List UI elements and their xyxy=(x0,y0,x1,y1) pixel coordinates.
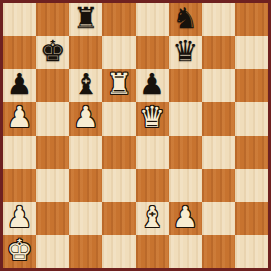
square-g2[interactable] xyxy=(202,202,235,235)
square-d1[interactable] xyxy=(102,235,135,268)
square-h6[interactable] xyxy=(235,69,268,102)
square-g8[interactable] xyxy=(202,3,235,36)
square-d4[interactable] xyxy=(102,136,135,169)
square-c6[interactable]: ♝︎ xyxy=(69,69,102,102)
chessboard-container: ♜︎♞︎♚︎♛︎♟︎♝︎♜︎♟︎♟︎♟︎♛︎♟︎♝︎♟︎♚︎ xyxy=(0,0,271,271)
square-f3[interactable] xyxy=(169,169,202,202)
square-f7[interactable]: ♛︎ xyxy=(169,36,202,69)
square-c4[interactable] xyxy=(69,136,102,169)
chess-board: ♜︎♞︎♚︎♛︎♟︎♝︎♜︎♟︎♟︎♟︎♛︎♟︎♝︎♟︎♚︎ xyxy=(0,0,271,271)
square-e7[interactable] xyxy=(136,36,169,69)
black-bishop-c6[interactable]: ♝︎ xyxy=(73,70,99,99)
square-c1[interactable] xyxy=(69,235,102,268)
white-queen-e5[interactable]: ♛︎ xyxy=(139,103,165,132)
square-h2[interactable] xyxy=(235,202,268,235)
square-g3[interactable] xyxy=(202,169,235,202)
square-b1[interactable] xyxy=(36,235,69,268)
square-a4[interactable] xyxy=(3,136,36,169)
white-pawn-f2[interactable]: ♟︎ xyxy=(172,203,198,232)
square-d8[interactable] xyxy=(102,3,135,36)
square-g5[interactable] xyxy=(202,102,235,135)
square-a6[interactable]: ♟︎ xyxy=(3,69,36,102)
square-c5[interactable]: ♟︎ xyxy=(69,102,102,135)
square-e8[interactable] xyxy=(136,3,169,36)
white-pawn-a5[interactable]: ♟︎ xyxy=(7,103,33,132)
square-d2[interactable] xyxy=(102,202,135,235)
square-d6[interactable]: ♜︎ xyxy=(102,69,135,102)
square-f8[interactable]: ♞︎ xyxy=(169,3,202,36)
square-b2[interactable] xyxy=(36,202,69,235)
square-c7[interactable] xyxy=(69,36,102,69)
black-rook-c8[interactable]: ♜︎ xyxy=(73,4,99,33)
square-e2[interactable]: ♝︎ xyxy=(136,202,169,235)
square-h5[interactable] xyxy=(235,102,268,135)
square-h1[interactable] xyxy=(235,235,268,268)
square-a2[interactable]: ♟︎ xyxy=(3,202,36,235)
square-b8[interactable] xyxy=(36,3,69,36)
square-d3[interactable] xyxy=(102,169,135,202)
white-pawn-a2[interactable]: ♟︎ xyxy=(7,203,33,232)
black-queen-f7[interactable]: ♛︎ xyxy=(172,37,198,66)
square-f1[interactable] xyxy=(169,235,202,268)
square-e1[interactable] xyxy=(136,235,169,268)
square-a8[interactable] xyxy=(3,3,36,36)
square-c8[interactable]: ♜︎ xyxy=(69,3,102,36)
square-b4[interactable] xyxy=(36,136,69,169)
square-a7[interactable] xyxy=(3,36,36,69)
square-a3[interactable] xyxy=(3,169,36,202)
square-f4[interactable] xyxy=(169,136,202,169)
square-d7[interactable] xyxy=(102,36,135,69)
square-b7[interactable]: ♚︎ xyxy=(36,36,69,69)
square-e5[interactable]: ♛︎ xyxy=(136,102,169,135)
black-pawn-e6[interactable]: ♟︎ xyxy=(139,70,165,99)
square-g6[interactable] xyxy=(202,69,235,102)
square-d5[interactable] xyxy=(102,102,135,135)
white-rook-d6[interactable]: ♜︎ xyxy=(106,70,132,99)
square-b6[interactable] xyxy=(36,69,69,102)
square-h3[interactable] xyxy=(235,169,268,202)
square-h8[interactable] xyxy=(235,3,268,36)
square-g1[interactable] xyxy=(202,235,235,268)
square-f5[interactable] xyxy=(169,102,202,135)
square-c3[interactable] xyxy=(69,169,102,202)
black-knight-f8[interactable]: ♞︎ xyxy=(172,4,198,33)
square-h7[interactable] xyxy=(235,36,268,69)
square-b5[interactable] xyxy=(36,102,69,135)
white-king-a1[interactable]: ♚︎ xyxy=(7,236,33,265)
square-b3[interactable] xyxy=(36,169,69,202)
white-bishop-e2[interactable]: ♝︎ xyxy=(139,203,165,232)
square-e4[interactable] xyxy=(136,136,169,169)
black-pawn-a6[interactable]: ♟︎ xyxy=(7,70,33,99)
square-f6[interactable] xyxy=(169,69,202,102)
square-a5[interactable]: ♟︎ xyxy=(3,102,36,135)
square-g7[interactable] xyxy=(202,36,235,69)
square-f2[interactable]: ♟︎ xyxy=(169,202,202,235)
square-c2[interactable] xyxy=(69,202,102,235)
square-e6[interactable]: ♟︎ xyxy=(136,69,169,102)
square-a1[interactable]: ♚︎ xyxy=(3,235,36,268)
white-pawn-c5[interactable]: ♟︎ xyxy=(73,103,99,132)
square-g4[interactable] xyxy=(202,136,235,169)
square-e3[interactable] xyxy=(136,169,169,202)
square-h4[interactable] xyxy=(235,136,268,169)
black-king-b7[interactable]: ♚︎ xyxy=(40,37,66,66)
